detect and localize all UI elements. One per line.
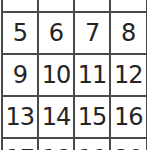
grid-cell: 14: [39, 97, 74, 138]
grid-cell: 10: [39, 55, 74, 96]
grid-cell: 9: [3, 55, 38, 96]
grid-cell: 8: [111, 13, 146, 54]
grid-cell: [3, 0, 38, 11]
grid-cell: 19: [75, 139, 110, 150]
grid-cell: 18: [39, 139, 74, 150]
number-chart-sheet: 5 6 7 8 9 10 11 12 13 14 15 16 17 18 19 …: [0, 0, 150, 150]
grid-cell: 15: [75, 97, 110, 138]
grid-cell: 12: [111, 55, 146, 96]
grid-cell: [39, 0, 74, 11]
grid-cell: 11: [75, 55, 110, 96]
grid-cell: 7: [75, 13, 110, 54]
grid-cell: 5: [3, 13, 38, 54]
grid-cell: 6: [39, 13, 74, 54]
grid-cell: [75, 0, 110, 11]
grid-cell: 20: [111, 139, 146, 150]
grid-cell: [111, 0, 146, 11]
grid-cell: 13: [3, 97, 38, 138]
grid-cell: 17: [3, 139, 38, 150]
number-grid: 5 6 7 8 9 10 11 12 13 14 15 16 17 18 19 …: [1, 0, 147, 150]
grid-cell: 16: [111, 97, 146, 138]
